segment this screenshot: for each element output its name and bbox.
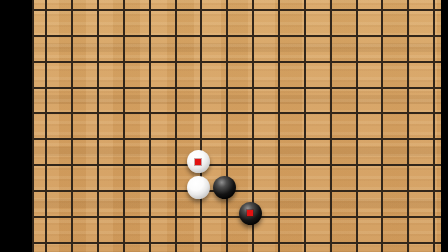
white-stone	[187, 176, 210, 199]
grid-line-horizontal	[32, 138, 441, 140]
grid-line-vertical	[149, 0, 151, 252]
grid-line-vertical	[356, 0, 358, 252]
grid-line-vertical	[278, 0, 280, 252]
grid-line-vertical	[175, 0, 177, 252]
grid-line-vertical	[330, 0, 332, 252]
grid-line-vertical	[304, 0, 306, 252]
grid-line-vertical	[226, 0, 228, 252]
grid-line-vertical	[45, 0, 47, 252]
board-edge-line	[32, 0, 34, 252]
grid-line-vertical	[97, 0, 99, 252]
grid-line-horizontal	[32, 216, 441, 218]
last-move-marker	[195, 159, 201, 165]
grid-line-horizontal	[32, 61, 441, 63]
grid-line-horizontal	[32, 9, 441, 11]
grid-line-horizontal	[32, 112, 441, 114]
grid-line-vertical	[433, 0, 435, 252]
grid-line-horizontal	[32, 190, 441, 192]
grid-line-vertical	[407, 0, 409, 252]
grid-line-vertical	[381, 0, 383, 252]
black-stone	[213, 176, 236, 199]
grid-line-vertical	[71, 0, 73, 252]
grid-line-horizontal	[32, 35, 441, 37]
game-screen	[0, 0, 448, 252]
grid-line-vertical	[200, 0, 202, 252]
grid-line-horizontal	[32, 242, 441, 244]
grid-line-horizontal	[32, 87, 441, 89]
white-stone	[187, 150, 210, 173]
grid-line-horizontal	[32, 164, 441, 166]
grid-line-vertical	[123, 0, 125, 252]
last-move-marker	[247, 210, 253, 216]
gomoku-board[interactable]	[32, 0, 441, 252]
black-stone	[239, 202, 262, 225]
